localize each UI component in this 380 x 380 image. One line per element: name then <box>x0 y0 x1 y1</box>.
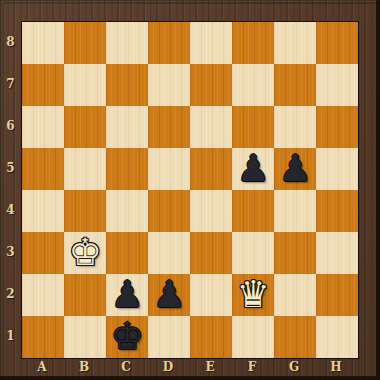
square-c5[interactable] <box>106 148 148 190</box>
square-g1[interactable] <box>274 316 316 358</box>
square-b4[interactable] <box>64 190 106 232</box>
square-g6[interactable] <box>274 106 316 148</box>
square-h3[interactable] <box>316 232 358 274</box>
square-d1[interactable] <box>148 316 190 358</box>
file-label-c: C <box>105 356 147 378</box>
rank-label-5: 5 <box>0 147 21 189</box>
piece-black-pawn[interactable]: ♟ <box>278 150 311 187</box>
rank-label-6: 6 <box>0 105 21 147</box>
square-c1[interactable]: ♚ <box>106 316 148 358</box>
piece-black-king[interactable]: ♚ <box>110 318 143 355</box>
square-g2[interactable] <box>274 274 316 316</box>
rank-label-4: 4 <box>0 189 21 231</box>
square-a6[interactable] <box>22 106 64 148</box>
rank-label-2: 2 <box>0 273 21 315</box>
square-d2[interactable]: ♟ <box>148 274 190 316</box>
square-h6[interactable] <box>316 106 358 148</box>
square-f7[interactable] <box>232 64 274 106</box>
square-e2[interactable] <box>190 274 232 316</box>
square-h4[interactable] <box>316 190 358 232</box>
piece-black-pawn[interactable]: ♟ <box>152 276 185 313</box>
square-e6[interactable] <box>190 106 232 148</box>
square-a1[interactable] <box>22 316 64 358</box>
square-d6[interactable] <box>148 106 190 148</box>
square-h1[interactable] <box>316 316 358 358</box>
square-a4[interactable] <box>22 190 64 232</box>
square-f8[interactable] <box>232 22 274 64</box>
square-c6[interactable] <box>106 106 148 148</box>
square-b7[interactable] <box>64 64 106 106</box>
rank-label-3: 3 <box>0 231 21 273</box>
square-c8[interactable] <box>106 22 148 64</box>
rank-label-8: 8 <box>0 21 21 63</box>
square-a7[interactable] <box>22 64 64 106</box>
square-g7[interactable] <box>274 64 316 106</box>
square-b3[interactable]: ♚ <box>64 232 106 274</box>
file-label-g: G <box>273 356 315 378</box>
square-f6[interactable] <box>232 106 274 148</box>
square-c4[interactable] <box>106 190 148 232</box>
square-h7[interactable] <box>316 64 358 106</box>
square-c2[interactable]: ♟ <box>106 274 148 316</box>
square-e5[interactable] <box>190 148 232 190</box>
square-e7[interactable] <box>190 64 232 106</box>
square-a2[interactable] <box>22 274 64 316</box>
file-label-d: D <box>147 356 189 378</box>
square-g8[interactable] <box>274 22 316 64</box>
piece-white-queen[interactable]: ♛ <box>236 276 269 313</box>
square-b2[interactable] <box>64 274 106 316</box>
file-label-e: E <box>189 356 231 378</box>
square-d4[interactable] <box>148 190 190 232</box>
square-h5[interactable] <box>316 148 358 190</box>
square-b6[interactable] <box>64 106 106 148</box>
square-g5[interactable]: ♟ <box>274 148 316 190</box>
square-d7[interactable] <box>148 64 190 106</box>
file-label-b: B <box>63 356 105 378</box>
square-e8[interactable] <box>190 22 232 64</box>
piece-white-king[interactable]: ♚ <box>68 234 101 271</box>
square-a3[interactable] <box>22 232 64 274</box>
square-b8[interactable] <box>64 22 106 64</box>
square-g3[interactable] <box>274 232 316 274</box>
square-g4[interactable] <box>274 190 316 232</box>
square-f2[interactable]: ♛ <box>232 274 274 316</box>
square-f4[interactable] <box>232 190 274 232</box>
square-e3[interactable] <box>190 232 232 274</box>
piece-black-pawn[interactable]: ♟ <box>110 276 143 313</box>
square-h8[interactable] <box>316 22 358 64</box>
square-f3[interactable] <box>232 232 274 274</box>
file-label-a: A <box>21 356 63 378</box>
square-e4[interactable] <box>190 190 232 232</box>
square-a8[interactable] <box>22 22 64 64</box>
file-label-f: F <box>231 356 273 378</box>
square-d5[interactable] <box>148 148 190 190</box>
rank-label-7: 7 <box>0 63 21 105</box>
square-c7[interactable] <box>106 64 148 106</box>
file-label-h: H <box>315 356 357 378</box>
file-labels: ABCDEFGH <box>21 356 357 378</box>
rank-labels: 87654321 <box>0 21 21 357</box>
square-d3[interactable] <box>148 232 190 274</box>
chess-board-frame: 87654321 ♟♟♚♟♟♛♚ ABCDEFGH <box>0 0 380 380</box>
square-c3[interactable] <box>106 232 148 274</box>
square-h2[interactable] <box>316 274 358 316</box>
square-f5[interactable]: ♟ <box>232 148 274 190</box>
square-b1[interactable] <box>64 316 106 358</box>
square-b5[interactable] <box>64 148 106 190</box>
board: ♟♟♚♟♟♛♚ <box>21 21 359 359</box>
square-e1[interactable] <box>190 316 232 358</box>
piece-black-pawn[interactable]: ♟ <box>236 150 269 187</box>
rank-label-1: 1 <box>0 315 21 357</box>
square-f1[interactable] <box>232 316 274 358</box>
square-a5[interactable] <box>22 148 64 190</box>
square-d8[interactable] <box>148 22 190 64</box>
